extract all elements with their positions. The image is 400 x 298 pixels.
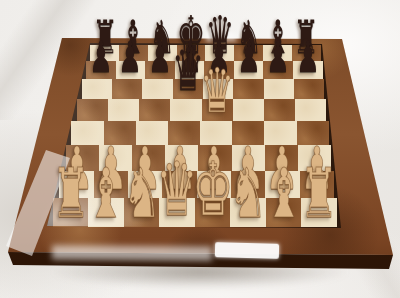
square-c6 <box>142 79 172 99</box>
square-a6 <box>82 79 112 99</box>
piece-dark-pawn-f7: ♟ <box>237 37 261 78</box>
piece-light-bishop-b1: ♝ <box>87 161 125 226</box>
reflection-sticker <box>215 242 279 259</box>
piece-light-king-e1: ♚ <box>192 155 233 226</box>
chess-photo-scene: ♜♝♞♚♛♞♝♜♟♟♟♟♟♟♟♟♛♛♟♟♟♟♟♟♟♟♜♝♞♛♚♞♝♜ <box>0 0 400 298</box>
square-h5 <box>295 99 326 121</box>
square-g6 <box>264 79 294 99</box>
piece-dark-pawn-c7: ♟ <box>148 37 172 78</box>
piece-light-rook-h1: ♜ <box>300 161 338 226</box>
piece-dark-pawn-h7: ♟ <box>296 37 320 78</box>
piece-light-knight-c1: ♞ <box>123 161 161 226</box>
piece-light-bishop-g1: ♝ <box>265 161 303 226</box>
square-b6 <box>112 79 142 99</box>
square-f5 <box>233 99 264 121</box>
square-b5 <box>108 99 139 121</box>
square-h6 <box>294 79 324 99</box>
piece-dark-pawn-g7: ♟ <box>266 37 290 78</box>
piece-dark-pawn-a7: ♟ <box>89 37 113 78</box>
piece-light-queen-e5: ♛ <box>200 62 234 121</box>
piece-light-knight-f1: ♞ <box>229 161 267 226</box>
square-c5 <box>139 99 170 121</box>
square-f6 <box>233 79 263 99</box>
piece-light-rook-a1: ♜ <box>52 161 90 226</box>
square-g5 <box>264 99 295 121</box>
square-a5 <box>77 99 108 121</box>
piece-dark-pawn-b7: ♟ <box>118 37 142 78</box>
